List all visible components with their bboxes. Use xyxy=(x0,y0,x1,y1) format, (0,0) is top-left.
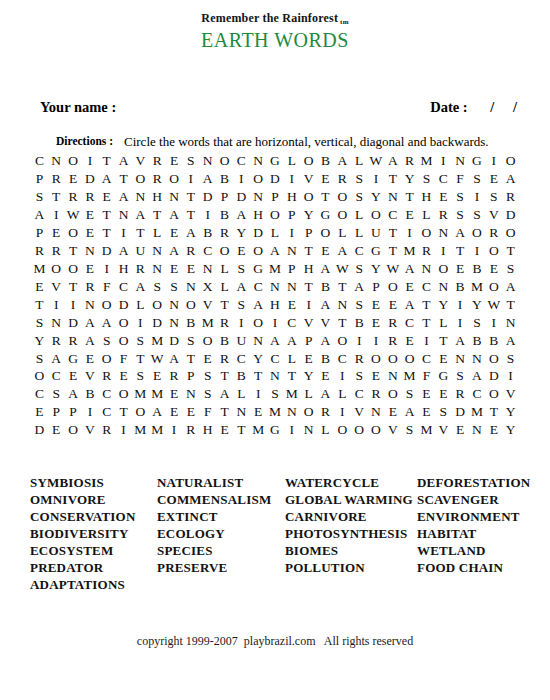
grid-cell-r3c1[interactable]: S xyxy=(31,188,48,206)
grid-cell-r15c18[interactable]: R xyxy=(317,403,334,421)
grid-cell-r13c5[interactable]: R xyxy=(98,367,115,385)
grid-cell-r2c17[interactable]: V xyxy=(300,170,317,188)
grid-cell-r14c11[interactable]: S xyxy=(199,385,216,403)
grid-cell-r5c9[interactable]: E xyxy=(166,224,183,242)
grid-cell-r7c13[interactable]: S xyxy=(233,260,250,278)
grid-cell-r12c9[interactable]: A xyxy=(166,349,183,367)
grid-cell-r7c14[interactable]: G xyxy=(250,260,267,278)
grid-cell-r5c2[interactable]: E xyxy=(48,224,65,242)
grid-cell-r16c10[interactable]: R xyxy=(182,421,199,439)
grid-cell-r16c9[interactable]: I xyxy=(166,421,183,439)
grid-cell-r14c19[interactable]: L xyxy=(334,385,351,403)
grid-cell-r2c15[interactable]: D xyxy=(267,170,284,188)
grid-cell-r4c28[interactable]: V xyxy=(485,206,502,224)
grid-cell-r5c13[interactable]: Y xyxy=(233,224,250,242)
grid-cell-r10c6[interactable]: O xyxy=(115,313,132,331)
grid-cell-r10c28[interactable]: I xyxy=(485,313,502,331)
grid-cell-r16c19[interactable]: O xyxy=(334,421,351,439)
grid-cell-r16c6[interactable]: I xyxy=(115,421,132,439)
grid-cell-r8c27[interactable]: M xyxy=(469,278,486,296)
grid-cell-r4c9[interactable]: A xyxy=(166,206,183,224)
grid-cell-r13c4[interactable]: V xyxy=(81,367,98,385)
grid-cell-r7c1[interactable]: M xyxy=(31,260,48,278)
grid-cell-r10c5[interactable]: A xyxy=(98,313,115,331)
grid-cell-r15c5[interactable]: C xyxy=(98,403,115,421)
grid-cell-r8c16[interactable]: N xyxy=(283,278,300,296)
grid-cell-r7c27[interactable]: B xyxy=(469,260,486,278)
grid-cell-r16c13[interactable]: T xyxy=(233,421,250,439)
grid-cell-r13c1[interactable]: O xyxy=(31,367,48,385)
grid-cell-r11c10[interactable]: S xyxy=(182,331,199,349)
grid-cell-r7c19[interactable]: W xyxy=(334,260,351,278)
grid-cell-r14c9[interactable]: E xyxy=(166,385,183,403)
grid-cell-r11c1[interactable]: Y xyxy=(31,331,48,349)
grid-cell-r11c13[interactable]: U xyxy=(233,331,250,349)
grid-cell-r14c18[interactable]: A xyxy=(317,385,334,403)
grid-cell-r5c26[interactable]: A xyxy=(452,224,469,242)
grid-cell-r13c17[interactable]: Y xyxy=(300,367,317,385)
grid-cell-r16c15[interactable]: G xyxy=(267,421,284,439)
grid-cell-r10c27[interactable]: S xyxy=(469,313,486,331)
grid-cell-r10c14[interactable]: O xyxy=(250,313,267,331)
grid-cell-r12c28[interactable]: O xyxy=(485,349,502,367)
grid-cell-r12c1[interactable]: S xyxy=(31,349,48,367)
grid-cell-r14c28[interactable]: O xyxy=(485,385,502,403)
grid-cell-r15c24[interactable]: E xyxy=(418,403,435,421)
grid-cell-r9c21[interactable]: E xyxy=(368,296,385,314)
grid-cell-r7c29[interactable]: S xyxy=(502,260,519,278)
grid-cell-r4c23[interactable]: E xyxy=(401,206,418,224)
grid-cell-r2c2[interactable]: R xyxy=(48,170,65,188)
grid-cell-r12c20[interactable]: R xyxy=(351,349,368,367)
grid-cell-r13c15[interactable]: N xyxy=(267,367,284,385)
grid-cell-r6c8[interactable]: N xyxy=(149,242,166,260)
grid-cell-r8c29[interactable]: A xyxy=(502,278,519,296)
grid-cell-r9c17[interactable]: I xyxy=(300,296,317,314)
grid-cell-r8c20[interactable]: A xyxy=(351,278,368,296)
grid-cell-r8c10[interactable]: N xyxy=(182,278,199,296)
grid-cell-r11c2[interactable]: R xyxy=(48,331,65,349)
grid-cell-r15c7[interactable]: O xyxy=(132,403,149,421)
grid-cell-r2c11[interactable]: A xyxy=(199,170,216,188)
grid-cell-r6c21[interactable]: G xyxy=(368,242,385,260)
grid-cell-r14c23[interactable]: S xyxy=(401,385,418,403)
grid-cell-r11c23[interactable]: E xyxy=(401,331,418,349)
grid-cell-r10c22[interactable]: R xyxy=(384,313,401,331)
grid-cell-r16c8[interactable]: M xyxy=(149,421,166,439)
grid-cell-r12c6[interactable]: F xyxy=(115,349,132,367)
grid-cell-r8c2[interactable]: V xyxy=(48,278,65,296)
grid-cell-r1c12[interactable]: O xyxy=(216,152,233,170)
grid-cell-r14c14[interactable]: I xyxy=(250,385,267,403)
grid-cell-r5c29[interactable]: O xyxy=(502,224,519,242)
grid-cell-r16c28[interactable]: E xyxy=(485,421,502,439)
grid-cell-r6c14[interactable]: O xyxy=(250,242,267,260)
grid-cell-r1c13[interactable]: C xyxy=(233,152,250,170)
grid-cell-r16c5[interactable]: R xyxy=(98,421,115,439)
grid-cell-r12c23[interactable]: O xyxy=(401,349,418,367)
grid-cell-r12c2[interactable]: A xyxy=(48,349,65,367)
grid-cell-r5c12[interactable]: R xyxy=(216,224,233,242)
grid-cell-r2c7[interactable]: O xyxy=(132,170,149,188)
grid-cell-r10c29[interactable]: N xyxy=(502,313,519,331)
grid-cell-r13c3[interactable]: E xyxy=(65,367,82,385)
grid-cell-r14c8[interactable]: M xyxy=(149,385,166,403)
grid-cell-r3c17[interactable]: O xyxy=(300,188,317,206)
grid-cell-r4c8[interactable]: T xyxy=(149,206,166,224)
grid-cell-r9c18[interactable]: A xyxy=(317,296,334,314)
grid-cell-r1c27[interactable]: G xyxy=(469,152,486,170)
grid-cell-r4c15[interactable]: O xyxy=(267,206,284,224)
grid-cell-r3c8[interactable]: H xyxy=(149,188,166,206)
grid-cell-r11c11[interactable]: O xyxy=(199,331,216,349)
grid-cell-r1c22[interactable]: A xyxy=(384,152,401,170)
grid-cell-r12c26[interactable]: N xyxy=(452,349,469,367)
grid-cell-r6c2[interactable]: R xyxy=(48,242,65,260)
grid-cell-r9c6[interactable]: D xyxy=(115,296,132,314)
grid-cell-r8c14[interactable]: C xyxy=(250,278,267,296)
grid-cell-r15c11[interactable]: F xyxy=(199,403,216,421)
grid-cell-r8c11[interactable]: X xyxy=(199,278,216,296)
grid-cell-r4c3[interactable]: W xyxy=(65,206,82,224)
grid-cell-r10c23[interactable]: C xyxy=(401,313,418,331)
grid-cell-r9c19[interactable]: N xyxy=(334,296,351,314)
grid-cell-r9c8[interactable]: O xyxy=(149,296,166,314)
grid-cell-r1c10[interactable]: S xyxy=(182,152,199,170)
grid-cell-r1c20[interactable]: L xyxy=(351,152,368,170)
grid-cell-r14c26[interactable]: R xyxy=(452,385,469,403)
grid-cell-r1c9[interactable]: E xyxy=(166,152,183,170)
grid-cell-r11c15[interactable]: A xyxy=(267,331,284,349)
grid-cell-r1c14[interactable]: N xyxy=(250,152,267,170)
grid-cell-r13c13[interactable]: B xyxy=(233,367,250,385)
grid-cell-r14c16[interactable]: M xyxy=(283,385,300,403)
grid-cell-r16c18[interactable]: L xyxy=(317,421,334,439)
grid-cell-r5c3[interactable]: O xyxy=(65,224,82,242)
grid-cell-r6c10[interactable]: R xyxy=(182,242,199,260)
grid-cell-r14c7[interactable]: M xyxy=(132,385,149,403)
grid-cell-r7c7[interactable]: R xyxy=(132,260,149,278)
grid-cell-r14c10[interactable]: N xyxy=(182,385,199,403)
grid-cell-r5c11[interactable]: B xyxy=(199,224,216,242)
grid-cell-r4c18[interactable]: G xyxy=(317,206,334,224)
grid-cell-r10c17[interactable]: V xyxy=(300,313,317,331)
grid-cell-r16c2[interactable]: E xyxy=(48,421,65,439)
grid-cell-r1c7[interactable]: V xyxy=(132,152,149,170)
grid-cell-r4c19[interactable]: O xyxy=(334,206,351,224)
grid-cell-r7c10[interactable]: E xyxy=(182,260,199,278)
grid-cell-r13c22[interactable]: N xyxy=(384,367,401,385)
grid-cell-r13c27[interactable]: A xyxy=(469,367,486,385)
grid-cell-r11c9[interactable]: D xyxy=(166,331,183,349)
grid-cell-r5c20[interactable]: L xyxy=(351,224,368,242)
grid-cell-r10c7[interactable]: I xyxy=(132,313,149,331)
grid-cell-r5c23[interactable]: I xyxy=(401,224,418,242)
grid-cell-r16c16[interactable]: I xyxy=(283,421,300,439)
grid-cell-r9c1[interactable]: T xyxy=(31,296,48,314)
grid-cell-r6c12[interactable]: O xyxy=(216,242,233,260)
grid-cell-r6c28[interactable]: O xyxy=(485,242,502,260)
grid-cell-r8c22[interactable]: O xyxy=(384,278,401,296)
grid-cell-r4c21[interactable]: O xyxy=(368,206,385,224)
grid-cell-r8c4[interactable]: R xyxy=(81,278,98,296)
grid-cell-r9c14[interactable]: A xyxy=(250,296,267,314)
grid-cell-r1c3[interactable]: O xyxy=(65,152,82,170)
grid-cell-r3c14[interactable]: N xyxy=(250,188,267,206)
grid-cell-r8c18[interactable]: B xyxy=(317,278,334,296)
grid-cell-r11c19[interactable]: O xyxy=(334,331,351,349)
grid-cell-r9c15[interactable]: H xyxy=(267,296,284,314)
grid-cell-r9c23[interactable]: A xyxy=(401,296,418,314)
grid-cell-r4c24[interactable]: L xyxy=(418,206,435,224)
grid-cell-r9c16[interactable]: E xyxy=(283,296,300,314)
grid-cell-r7c12[interactable]: L xyxy=(216,260,233,278)
grid-cell-r13c18[interactable]: E xyxy=(317,367,334,385)
grid-cell-r6c29[interactable]: T xyxy=(502,242,519,260)
grid-cell-r14c25[interactable]: E xyxy=(435,385,452,403)
grid-cell-r2c28[interactable]: E xyxy=(485,170,502,188)
grid-cell-r8c24[interactable]: C xyxy=(418,278,435,296)
grid-cell-r11c20[interactable]: I xyxy=(351,331,368,349)
grid-cell-r7c16[interactable]: P xyxy=(283,260,300,278)
grid-cell-r13c26[interactable]: S xyxy=(452,367,469,385)
grid-cell-r3c26[interactable]: S xyxy=(452,188,469,206)
grid-cell-r10c1[interactable]: S xyxy=(31,313,48,331)
grid-cell-r9c11[interactable]: V xyxy=(199,296,216,314)
grid-cell-r7c24[interactable]: N xyxy=(418,260,435,278)
grid-cell-r7c15[interactable]: M xyxy=(267,260,284,278)
grid-cell-r15c13[interactable]: N xyxy=(233,403,250,421)
grid-cell-r5c28[interactable]: R xyxy=(485,224,502,242)
grid-cell-r10c16[interactable]: C xyxy=(283,313,300,331)
grid-cell-r12c25[interactable]: E xyxy=(435,349,452,367)
grid-cell-r3c19[interactable]: O xyxy=(334,188,351,206)
grid-cell-r9c7[interactable]: L xyxy=(132,296,149,314)
grid-cell-r9c29[interactable]: T xyxy=(502,296,519,314)
grid-cell-r11c6[interactable]: O xyxy=(115,331,132,349)
grid-cell-r3c5[interactable]: E xyxy=(98,188,115,206)
grid-cell-r2c12[interactable]: B xyxy=(216,170,233,188)
grid-cell-r15c29[interactable]: Y xyxy=(502,403,519,421)
grid-cell-r15c16[interactable]: N xyxy=(283,403,300,421)
grid-cell-r5c24[interactable]: O xyxy=(418,224,435,242)
grid-cell-r1c16[interactable]: L xyxy=(283,152,300,170)
grid-cell-r2c22[interactable]: T xyxy=(384,170,401,188)
grid-cell-r12c5[interactable]: O xyxy=(98,349,115,367)
grid-cell-r9c28[interactable]: W xyxy=(485,296,502,314)
grid-cell-r9c5[interactable]: O xyxy=(98,296,115,314)
grid-cell-r2c16[interactable]: I xyxy=(283,170,300,188)
grid-cell-r8c5[interactable]: F xyxy=(98,278,115,296)
grid-cell-r8c8[interactable]: S xyxy=(149,278,166,296)
grid-cell-r2c8[interactable]: R xyxy=(149,170,166,188)
grid-cell-r16c29[interactable]: Y xyxy=(502,421,519,439)
grid-cell-r3c29[interactable]: R xyxy=(502,188,519,206)
grid-cell-r8c12[interactable]: L xyxy=(216,278,233,296)
grid-cell-r4c22[interactable]: C xyxy=(384,206,401,224)
grid-cell-r11c18[interactable]: A xyxy=(317,331,334,349)
grid-cell-r4c10[interactable]: T xyxy=(182,206,199,224)
grid-cell-r10c12[interactable]: R xyxy=(216,313,233,331)
grid-cell-r8c6[interactable]: C xyxy=(115,278,132,296)
grid-cell-r5c8[interactable]: L xyxy=(149,224,166,242)
grid-cell-r13c20[interactable]: S xyxy=(351,367,368,385)
grid-cell-r15c20[interactable]: V xyxy=(351,403,368,421)
grid-cell-r14c29[interactable]: V xyxy=(502,385,519,403)
grid-cell-r7c5[interactable]: I xyxy=(98,260,115,278)
grid-cell-r7c3[interactable]: O xyxy=(65,260,82,278)
grid-cell-r3c16[interactable]: H xyxy=(283,188,300,206)
grid-cell-r1c2[interactable]: N xyxy=(48,152,65,170)
grid-cell-r7c25[interactable]: O xyxy=(435,260,452,278)
grid-cell-r6c13[interactable]: E xyxy=(233,242,250,260)
grid-cell-r5c10[interactable]: A xyxy=(182,224,199,242)
grid-cell-r11c8[interactable]: M xyxy=(149,331,166,349)
grid-cell-r15c22[interactable]: E xyxy=(384,403,401,421)
grid-cell-r12c13[interactable]: C xyxy=(233,349,250,367)
grid-cell-r13c23[interactable]: M xyxy=(401,367,418,385)
grid-cell-r10c20[interactable]: B xyxy=(351,313,368,331)
grid-cell-r10c10[interactable]: B xyxy=(182,313,199,331)
grid-cell-r6c16[interactable]: N xyxy=(283,242,300,260)
grid-cell-r5c17[interactable]: P xyxy=(300,224,317,242)
grid-cell-r15c3[interactable]: P xyxy=(65,403,82,421)
grid-cell-r14c5[interactable]: C xyxy=(98,385,115,403)
grid-cell-r6c6[interactable]: A xyxy=(115,242,132,260)
grid-cell-r9c24[interactable]: T xyxy=(418,296,435,314)
grid-cell-r3c4[interactable]: R xyxy=(81,188,98,206)
grid-cell-r7c28[interactable]: E xyxy=(485,260,502,278)
grid-cell-r16c20[interactable]: O xyxy=(351,421,368,439)
grid-cell-r7c9[interactable]: E xyxy=(166,260,183,278)
grid-cell-r13c12[interactable]: T xyxy=(216,367,233,385)
grid-cell-r15c2[interactable]: P xyxy=(48,403,65,421)
grid-cell-r4c2[interactable]: I xyxy=(48,206,65,224)
grid-cell-r4c13[interactable]: A xyxy=(233,206,250,224)
grid-cell-r14c12[interactable]: A xyxy=(216,385,233,403)
grid-cell-r7c11[interactable]: N xyxy=(199,260,216,278)
grid-cell-r6c9[interactable]: A xyxy=(166,242,183,260)
grid-cell-r12c7[interactable]: T xyxy=(132,349,149,367)
grid-cell-r7c8[interactable]: N xyxy=(149,260,166,278)
grid-cell-r8c1[interactable]: E xyxy=(31,278,48,296)
grid-cell-r7c4[interactable]: E xyxy=(81,260,98,278)
grid-cell-r16c21[interactable]: O xyxy=(368,421,385,439)
grid-cell-r2c3[interactable]: E xyxy=(65,170,82,188)
grid-cell-r5c16[interactable]: I xyxy=(283,224,300,242)
grid-cell-r3c12[interactable]: P xyxy=(216,188,233,206)
grid-cell-r7c23[interactable]: A xyxy=(401,260,418,278)
grid-cell-r12c29[interactable]: S xyxy=(502,349,519,367)
grid-cell-r5c14[interactable]: D xyxy=(250,224,267,242)
grid-cell-r14c13[interactable]: L xyxy=(233,385,250,403)
grid-cell-r9c9[interactable]: N xyxy=(166,296,183,314)
grid-cell-r10c9[interactable]: N xyxy=(166,313,183,331)
grid-cell-r11c28[interactable]: B xyxy=(485,331,502,349)
grid-cell-r10c19[interactable]: T xyxy=(334,313,351,331)
grid-cell-r13c19[interactable]: I xyxy=(334,367,351,385)
grid-cell-r1c6[interactable]: A xyxy=(115,152,132,170)
grid-cell-r1c19[interactable]: A xyxy=(334,152,351,170)
grid-cell-r12c11[interactable]: E xyxy=(199,349,216,367)
grid-cell-r14c3[interactable]: A xyxy=(65,385,82,403)
grid-cell-r15c6[interactable]: T xyxy=(115,403,132,421)
grid-cell-r5c4[interactable]: E xyxy=(81,224,98,242)
grid-cell-r1c25[interactable]: I xyxy=(435,152,452,170)
grid-cell-r4c26[interactable]: S xyxy=(452,206,469,224)
grid-cell-r15c28[interactable]: T xyxy=(485,403,502,421)
grid-cell-r13c16[interactable]: T xyxy=(283,367,300,385)
grid-cell-r9c13[interactable]: S xyxy=(233,296,250,314)
grid-cell-r15c12[interactable]: T xyxy=(216,403,233,421)
grid-cell-r5c25[interactable]: N xyxy=(435,224,452,242)
grid-cell-r5c7[interactable]: T xyxy=(132,224,149,242)
grid-cell-r16c11[interactable]: H xyxy=(199,421,216,439)
grid-cell-r12c21[interactable]: O xyxy=(368,349,385,367)
grid-cell-r15c15[interactable]: M xyxy=(267,403,284,421)
grid-cell-r10c24[interactable]: T xyxy=(418,313,435,331)
grid-cell-r5c15[interactable]: L xyxy=(267,224,284,242)
grid-cell-r13c11[interactable]: S xyxy=(199,367,216,385)
grid-cell-r9c3[interactable]: I xyxy=(65,296,82,314)
grid-cell-r15c4[interactable]: I xyxy=(81,403,98,421)
grid-cell-r16c17[interactable]: N xyxy=(300,421,317,439)
grid-cell-r16c24[interactable]: M xyxy=(418,421,435,439)
grid-cell-r3c18[interactable]: T xyxy=(317,188,334,206)
grid-cell-r8c13[interactable]: A xyxy=(233,278,250,296)
grid-cell-r6c1[interactable]: R xyxy=(31,242,48,260)
grid-cell-r6c18[interactable]: E xyxy=(317,242,334,260)
grid-cell-r8c15[interactable]: N xyxy=(267,278,284,296)
grid-cell-r6c15[interactable]: A xyxy=(267,242,284,260)
grid-cell-r1c23[interactable]: R xyxy=(401,152,418,170)
grid-cell-r5c1[interactable]: P xyxy=(31,224,48,242)
grid-cell-r13c9[interactable]: R xyxy=(166,367,183,385)
grid-cell-r3c24[interactable]: H xyxy=(418,188,435,206)
grid-cell-r13c14[interactable]: T xyxy=(250,367,267,385)
grid-cell-r6c17[interactable]: T xyxy=(300,242,317,260)
grid-cell-r1c28[interactable]: I xyxy=(485,152,502,170)
grid-cell-r10c13[interactable]: I xyxy=(233,313,250,331)
grid-cell-r1c1[interactable]: C xyxy=(31,152,48,170)
grid-cell-r14c15[interactable]: S xyxy=(267,385,284,403)
grid-cell-r9c26[interactable]: I xyxy=(452,296,469,314)
grid-cell-r3c13[interactable]: D xyxy=(233,188,250,206)
grid-cell-r11c3[interactable]: R xyxy=(65,331,82,349)
grid-cell-r11c5[interactable]: S xyxy=(98,331,115,349)
grid-cell-r16c3[interactable]: O xyxy=(65,421,82,439)
grid-cell-r16c23[interactable]: S xyxy=(401,421,418,439)
grid-cell-r13c10[interactable]: P xyxy=(182,367,199,385)
grid-cell-r1c29[interactable]: O xyxy=(502,152,519,170)
grid-cell-r4c4[interactable]: E xyxy=(81,206,98,224)
grid-cell-r15c8[interactable]: A xyxy=(149,403,166,421)
grid-cell-r15c21[interactable]: N xyxy=(368,403,385,421)
grid-cell-r6c27[interactable]: I xyxy=(469,242,486,260)
grid-cell-r4c7[interactable]: A xyxy=(132,206,149,224)
grid-cell-r16c1[interactable]: D xyxy=(31,421,48,439)
grid-cell-r1c4[interactable]: I xyxy=(81,152,98,170)
grid-cell-r9c2[interactable]: I xyxy=(48,296,65,314)
grid-cell-r3c21[interactable]: Y xyxy=(368,188,385,206)
grid-cell-r6c25[interactable]: I xyxy=(435,242,452,260)
grid-cell-r10c8[interactable]: D xyxy=(149,313,166,331)
grid-cell-r12c3[interactable]: G xyxy=(65,349,82,367)
grid-cell-r11c27[interactable]: B xyxy=(469,331,486,349)
grid-cell-r8c17[interactable]: T xyxy=(300,278,317,296)
grid-cell-r10c11[interactable]: M xyxy=(199,313,216,331)
grid-cell-r15c17[interactable]: O xyxy=(300,403,317,421)
